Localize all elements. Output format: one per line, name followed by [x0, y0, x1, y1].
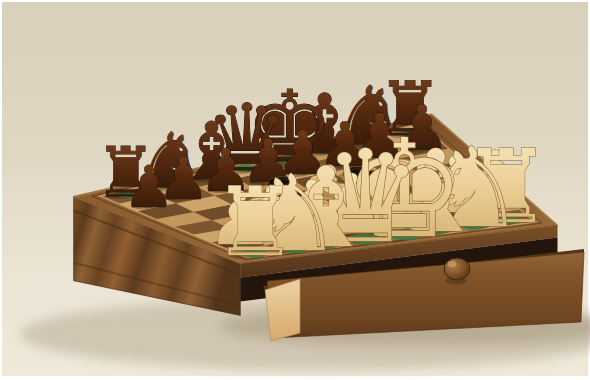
- piece-glyph: ♟: [123, 153, 175, 221]
- piece-glyph: ♜: [212, 167, 297, 277]
- light-rook: ♜: [212, 167, 297, 277]
- drawer-side-maple: [265, 279, 300, 341]
- chess-set-photo: ♜♞♟♝♟♚♟♛♟♝♟♞♟♟♜♟♟♟♟♜♟♞♟♝♚♟♛♟♝♟♞♜: [0, 0, 590, 380]
- dark-pawn: ♟: [123, 153, 175, 221]
- scene-canvas: ♜♞♟♝♟♚♟♛♟♝♟♞♟♟♜♟♟♟♟♜♟♞♟♝♚♟♛♟♝♟♞♜: [0, 0, 590, 380]
